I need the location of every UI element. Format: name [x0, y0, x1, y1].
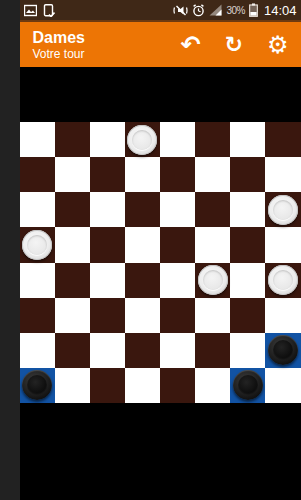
square-r7c0[interactable] [20, 368, 55, 403]
black-piece[interactable] [233, 370, 263, 400]
square-r4c6[interactable] [230, 263, 265, 298]
square-r6c2[interactable] [90, 333, 125, 368]
square-r3c6[interactable] [230, 227, 265, 262]
undo-button[interactable]: ↶ [180, 33, 200, 57]
square-r0c5[interactable] [195, 122, 230, 157]
square-r1c0[interactable] [20, 157, 55, 192]
status-right-icons: 30% 14:04 [173, 3, 296, 18]
square-r3c2[interactable] [90, 227, 125, 262]
square-r2c5[interactable] [195, 192, 230, 227]
square-r6c0[interactable] [20, 333, 55, 368]
turn-status-text: Votre tour [33, 47, 85, 62]
square-r6c4[interactable] [160, 333, 195, 368]
white-piece[interactable] [22, 230, 52, 260]
square-r4c3[interactable] [125, 263, 160, 298]
square-r5c7[interactable] [265, 298, 300, 333]
screenshot-icon [24, 4, 37, 17]
square-r4c1[interactable] [55, 263, 90, 298]
square-r6c3[interactable] [125, 333, 160, 368]
square-r0c6[interactable] [230, 122, 265, 157]
square-r5c5[interactable] [195, 298, 230, 333]
square-r6c6[interactable] [230, 333, 265, 368]
square-r6c1[interactable] [55, 333, 90, 368]
square-r3c3[interactable] [125, 227, 160, 262]
square-r2c3[interactable] [125, 192, 160, 227]
battery-percent: 30% [226, 5, 245, 16]
square-r3c7[interactable] [265, 227, 300, 262]
checkers-board [20, 122, 301, 403]
square-r7c3[interactable] [125, 368, 160, 403]
square-r4c2[interactable] [90, 263, 125, 298]
square-r3c1[interactable] [55, 227, 90, 262]
square-r6c7[interactable] [265, 333, 300, 368]
white-piece[interactable] [198, 265, 228, 295]
square-r4c4[interactable] [160, 263, 195, 298]
square-r1c4[interactable] [160, 157, 195, 192]
white-piece[interactable] [127, 125, 157, 155]
square-r7c4[interactable] [160, 368, 195, 403]
square-r0c7[interactable] [265, 122, 300, 157]
square-r0c4[interactable] [160, 122, 195, 157]
app-bar: Dames Votre tour ↶ ↻ ⚙ [20, 20, 301, 67]
square-r6c5[interactable] [195, 333, 230, 368]
square-r4c5[interactable] [195, 263, 230, 298]
alarm-icon [192, 4, 205, 17]
square-r0c1[interactable] [55, 122, 90, 157]
square-r5c3[interactable] [125, 298, 160, 333]
square-r0c0[interactable] [20, 122, 55, 157]
titles: Dames Votre tour [33, 28, 85, 62]
status-bar: 30% 14:04 [20, 0, 301, 20]
square-r1c7[interactable] [265, 157, 300, 192]
square-r2c2[interactable] [90, 192, 125, 227]
square-r2c6[interactable] [230, 192, 265, 227]
square-r5c0[interactable] [20, 298, 55, 333]
signal-icon [209, 4, 222, 16]
mute-icon [173, 4, 188, 17]
black-piece[interactable] [22, 370, 52, 400]
square-r3c4[interactable] [160, 227, 195, 262]
clock-time: 14:04 [264, 3, 297, 18]
battery-icon [249, 3, 258, 17]
square-r1c5[interactable] [195, 157, 230, 192]
square-r1c3[interactable] [125, 157, 160, 192]
white-piece[interactable] [268, 265, 298, 295]
square-r2c4[interactable] [160, 192, 195, 227]
square-r2c0[interactable] [20, 192, 55, 227]
square-r1c1[interactable] [55, 157, 90, 192]
square-r2c7[interactable] [265, 192, 300, 227]
square-r1c6[interactable] [230, 157, 265, 192]
board-area [20, 122, 301, 500]
settings-button[interactable]: ⚙ [267, 33, 289, 57]
black-piece[interactable] [268, 335, 298, 365]
square-r4c7[interactable] [265, 263, 300, 298]
smart-stay-phone-icon [43, 4, 55, 17]
square-r7c2[interactable] [90, 368, 125, 403]
square-r1c2[interactable] [90, 157, 125, 192]
square-r0c2[interactable] [90, 122, 125, 157]
square-r7c5[interactable] [195, 368, 230, 403]
square-r0c3[interactable] [125, 122, 160, 157]
refresh-button[interactable]: ↻ [225, 34, 243, 56]
square-r2c1[interactable] [55, 192, 90, 227]
square-r5c4[interactable] [160, 298, 195, 333]
square-r4c0[interactable] [20, 263, 55, 298]
phone-screen: 30% 14:04 Dames Votre tour ↶ ↻ ⚙ [20, 0, 301, 500]
status-left-icons [24, 4, 55, 17]
app-title: Dames [33, 28, 85, 47]
square-r5c1[interactable] [55, 298, 90, 333]
square-r7c7[interactable] [265, 368, 300, 403]
square-r7c6[interactable] [230, 368, 265, 403]
square-r5c2[interactable] [90, 298, 125, 333]
square-r5c6[interactable] [230, 298, 265, 333]
square-r3c5[interactable] [195, 227, 230, 262]
action-buttons: ↶ ↻ ⚙ [180, 33, 288, 57]
square-r7c1[interactable] [55, 368, 90, 403]
square-r3c0[interactable] [20, 227, 55, 262]
white-piece[interactable] [268, 195, 298, 225]
